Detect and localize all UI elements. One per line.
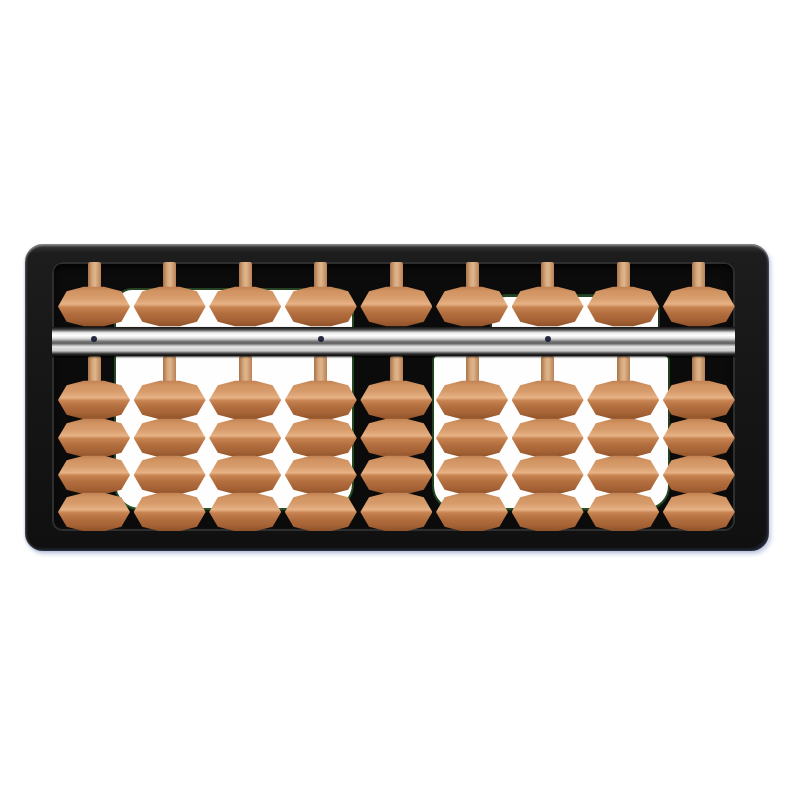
rod-6-earth-bead-3[interactable] (436, 455, 508, 495)
rod-8-earth-bead-2[interactable] (587, 418, 659, 458)
rod-3-lower-stem (239, 356, 252, 385)
rod-3-earth-bead-1[interactable] (209, 380, 281, 420)
rod-5-heaven-bead[interactable] (360, 286, 432, 327)
rod-9-earth-bead-2[interactable] (663, 418, 735, 458)
rod-2-heaven-bead[interactable] (134, 286, 206, 327)
rod-1-earth-bead-2[interactable] (58, 418, 130, 458)
rod-4-lower-stem (314, 356, 327, 385)
rod-5-earth-bead-1[interactable] (360, 380, 432, 420)
rod-7-earth-bead-3[interactable] (512, 455, 584, 495)
rod-9-earth-bead-1[interactable] (663, 380, 735, 420)
rod-4-earth-bead-1[interactable] (285, 380, 357, 420)
rod-4-earth-bead-4[interactable] (285, 492, 357, 531)
rod-9-earth-bead-3[interactable] (663, 455, 735, 495)
rod-7-lower-stem (541, 356, 554, 385)
rod-5-lower-stem (390, 356, 403, 385)
rod-1-earth-bead-4[interactable] (58, 492, 130, 531)
rod-2-earth-bead-3[interactable] (134, 455, 206, 495)
rod-6-earth-bead-2[interactable] (436, 418, 508, 458)
rod-1-lower-stem (88, 356, 101, 385)
unit-dot-rod-7 (545, 336, 551, 342)
rod-1-earth-bead-1[interactable] (58, 380, 130, 420)
rod-6-lower-stem (466, 356, 479, 385)
rod-4-earth-bead-3[interactable] (285, 455, 357, 495)
rod-3-upper-stem (239, 262, 252, 290)
rod-9-upper-stem (692, 262, 705, 290)
rod-2-earth-bead-4[interactable] (134, 492, 206, 531)
rod-6-earth-bead-4[interactable] (436, 492, 508, 531)
rod-4-upper-stem (314, 262, 327, 290)
rod-2-upper-stem (163, 262, 176, 290)
rod-8-heaven-bead[interactable] (587, 286, 659, 327)
rod-5-upper-stem (390, 262, 403, 290)
rod-3-earth-bead-4[interactable] (209, 492, 281, 531)
rod-2-earth-bead-1[interactable] (134, 380, 206, 420)
rod-7-earth-bead-1[interactable] (512, 380, 584, 420)
abacus-tray (52, 262, 735, 531)
rod-5-earth-bead-2[interactable] (360, 418, 432, 458)
rod-3-earth-bead-2[interactable] (209, 418, 281, 458)
rod-3-heaven-bead[interactable] (209, 286, 281, 327)
rod-1-earth-bead-3[interactable] (58, 455, 130, 495)
rod-9-lower-stem (692, 356, 705, 385)
rod-8-earth-bead-3[interactable] (587, 455, 659, 495)
rod-1-upper-stem (88, 262, 101, 290)
rod-4-heaven-bead[interactable] (285, 286, 357, 327)
rod-6-heaven-bead[interactable] (436, 286, 508, 327)
rod-7-earth-bead-4[interactable] (512, 492, 584, 531)
rod-9-earth-bead-4[interactable] (663, 492, 735, 531)
rod-7-upper-stem (541, 262, 554, 290)
rod-8-upper-stem (617, 262, 630, 290)
rod-5-earth-bead-3[interactable] (360, 455, 432, 495)
rod-7-earth-bead-2[interactable] (512, 418, 584, 458)
unit-dot-rod-1 (91, 336, 97, 342)
rod-1-heaven-bead[interactable] (58, 286, 130, 327)
rod-7-heaven-bead[interactable] (512, 286, 584, 327)
rod-4-earth-bead-2[interactable] (285, 418, 357, 458)
rod-8-earth-bead-1[interactable] (587, 380, 659, 420)
rod-3-earth-bead-3[interactable] (209, 455, 281, 495)
rod-2-earth-bead-2[interactable] (134, 418, 206, 458)
soroban-abacus (0, 0, 800, 800)
abacus-frame (25, 244, 769, 551)
rod-6-upper-stem (466, 262, 479, 290)
reckoning-beam (52, 327, 735, 356)
rod-2-lower-stem (163, 356, 176, 385)
rod-6-earth-bead-1[interactable] (436, 380, 508, 420)
rod-8-earth-bead-4[interactable] (587, 492, 659, 531)
rod-8-lower-stem (617, 356, 630, 385)
rod-9-heaven-bead[interactable] (663, 286, 735, 327)
rod-5-earth-bead-4[interactable] (360, 492, 432, 531)
unit-dot-rod-4 (318, 336, 324, 342)
